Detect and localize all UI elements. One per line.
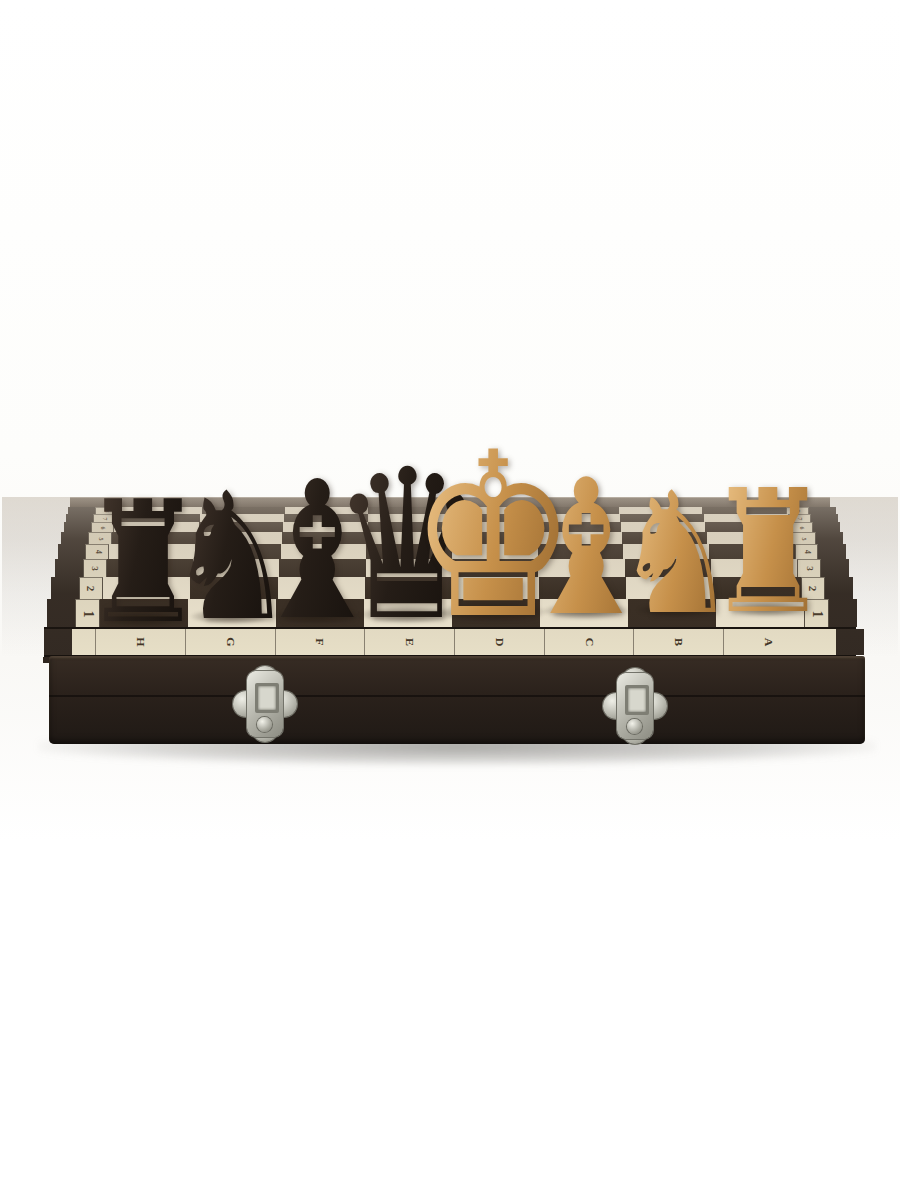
metal-clasp-left	[233, 666, 297, 742]
metal-clasp-right	[603, 668, 667, 744]
chess-box-photo: 8877665544332211HGFEDCBA ♜♞♝♛♚♝♞♜	[0, 0, 900, 1200]
clasp-knob	[627, 719, 642, 734]
clasp-buckle	[255, 683, 279, 713]
frame-right	[836, 629, 864, 655]
frame-right	[829, 599, 857, 627]
frame-left	[51, 577, 79, 599]
lid-seam	[49, 695, 865, 697]
frame-left	[47, 599, 75, 627]
box-front-face	[49, 656, 865, 744]
frame-left	[44, 629, 72, 655]
frame-left	[55, 559, 83, 577]
clasp-buckle	[625, 685, 649, 715]
clasp-knob	[257, 717, 272, 732]
piece-white-rook-a1[interactable]: ♜	[706, 467, 831, 637]
